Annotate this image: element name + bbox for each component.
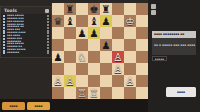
piece-wp-f3[interactable]: ♙ (112, 63, 124, 75)
square-f3[interactable]: ♙ (112, 63, 124, 75)
square-h7[interactable] (136, 15, 148, 27)
square-c2[interactable] (76, 75, 88, 87)
piece-bp-e5[interactable]: ♟ (100, 39, 112, 51)
tool-list-item-14[interactable]: ▪▪▪▪▪▪▪ (2, 52, 50, 55)
square-f6[interactable] (112, 27, 124, 39)
piece-bp-a4[interactable]: ♟ (52, 51, 64, 63)
square-b7[interactable]: ♝ (64, 15, 76, 27)
square-a2[interactable]: ♙ (52, 75, 64, 87)
square-d8[interactable]: ♚ (88, 3, 100, 15)
square-g3[interactable] (124, 63, 136, 75)
tool-item-icon (3, 52, 5, 54)
square-e2[interactable] (100, 75, 112, 87)
square-e4[interactable] (100, 51, 112, 63)
square-c8[interactable] (76, 3, 88, 15)
piece-wr-c1[interactable]: ♖ (76, 87, 88, 99)
square-b1[interactable] (64, 87, 76, 99)
piece-wr-d1[interactable]: ♖ (88, 87, 100, 99)
right-panel: ▪▪▪▪ ▪▪▪▪▪▪▪▪ ▪▪ ▪▪ ▪ ▪▪▪▪▪ ▪▪▪ ▪▪▪ ▪▪▪▪… (148, 0, 200, 112)
square-h1[interactable] (136, 87, 148, 99)
gear-icon[interactable] (45, 9, 49, 13)
piece-bp-c6[interactable]: ♟ (76, 27, 88, 39)
square-d6[interactable]: ♟ (88, 27, 100, 39)
square-f2[interactable] (112, 75, 124, 87)
popup-body-text: ▪▪ ▪ ▪▪▪▪▪ ▪▪▪ ▪▪▪ ▪▪▪▪ (154, 43, 195, 47)
tool-item-label: ▪▪▪▪▪▪▪ (7, 52, 19, 55)
piece-bk-d8[interactable]: ♚ (88, 3, 100, 15)
square-e6[interactable] (100, 27, 112, 39)
piece-wp-b2[interactable]: ♙ (64, 75, 76, 87)
square-a6[interactable] (52, 27, 64, 39)
square-c3[interactable] (76, 63, 88, 75)
square-b5[interactable] (64, 39, 76, 51)
popup-button[interactable]: ▪▪▪▪▪ (152, 56, 167, 61)
piece-wp-a2[interactable]: ♙ (52, 75, 64, 87)
square-f4[interactable]: ♙ (112, 51, 124, 63)
square-c1[interactable]: ♖ (76, 87, 88, 99)
square-b2[interactable]: ♙ (64, 75, 76, 87)
square-e5[interactable]: ♟ (100, 39, 112, 51)
square-a4[interactable]: ♟ (52, 51, 64, 63)
square-h5[interactable] (136, 39, 148, 51)
square-h6[interactable] (136, 27, 148, 39)
square-f5[interactable] (112, 39, 124, 51)
square-h8[interactable] (136, 3, 148, 15)
square-a8[interactable] (52, 3, 64, 15)
square-d2[interactable] (88, 75, 100, 87)
piece-bp-d6[interactable]: ♟ (88, 27, 100, 39)
square-b4[interactable] (64, 51, 76, 63)
piece-wp-f4[interactable]: ♙ (112, 51, 124, 63)
square-e3[interactable] (100, 63, 112, 75)
avatar-icon[interactable] (151, 10, 156, 15)
square-h3[interactable] (136, 63, 148, 75)
popup-body: ▪▪ ▪ ▪▪▪▪▪ ▪▪▪ ▪▪▪ ▪▪▪▪ (152, 38, 196, 55)
square-g8[interactable] (124, 3, 136, 15)
avatar-icon[interactable] (151, 4, 156, 9)
square-h4[interactable] (136, 51, 148, 63)
tools-panel-title: Tools (4, 8, 17, 13)
square-a3[interactable] (52, 63, 64, 75)
square-a7[interactable]: ♛ (52, 15, 64, 27)
tools-panel: Tools ▪▪▪▪ ▪▪▪▪▪▪▪▪▪▪▪ ▪▪▪▪▪▪ ▪▪▪▪▪▪▪▪▪▪… (0, 6, 52, 58)
notification-popup: ▪▪▪▪ ▪▪▪▪▪▪▪▪ ▪▪ ▪▪ ▪ ▪▪▪▪▪ ▪▪▪ ▪▪▪ ▪▪▪▪… (152, 31, 196, 61)
square-g5[interactable] (124, 39, 136, 51)
square-c7[interactable] (76, 15, 88, 27)
square-b8[interactable]: ♜ (64, 3, 76, 15)
piece-br-b8[interactable]: ♜ (64, 3, 76, 15)
piece-wp-g2[interactable]: ♙ (124, 75, 136, 87)
square-c6[interactable]: ♟ (76, 27, 88, 39)
square-d3[interactable] (88, 63, 100, 75)
square-a5[interactable] (52, 39, 64, 51)
square-d4[interactable] (88, 51, 100, 63)
piece-wn-c4[interactable]: ♘ (76, 51, 88, 63)
square-b6[interactable] (64, 27, 76, 39)
piece-wk-g7[interactable]: ♔ (124, 15, 136, 27)
square-c5[interactable] (76, 39, 88, 51)
tools-panel-header: Tools (1, 7, 51, 14)
chess-board[interactable]: ♜♚♜♛♝♝♟♔♟♟♟♟♘♙♙♙♙♙♖♖ (52, 3, 148, 99)
tools-action-button-2[interactable]: ▪▪▪▪ (27, 102, 50, 110)
tools-action-button-1[interactable]: ▪▪▪▪ (2, 102, 25, 110)
popup-header-text: ▪▪▪▪ ▪▪▪▪▪▪▪▪ ▪▪ (154, 32, 184, 37)
square-c4[interactable]: ♘ (76, 51, 88, 63)
square-e7[interactable]: ♟ (100, 15, 112, 27)
square-g2[interactable]: ♙ (124, 75, 136, 87)
square-d7[interactable]: ♝ (88, 15, 100, 27)
square-f7[interactable] (112, 15, 124, 27)
square-g4[interactable] (124, 51, 136, 63)
tools-list: ▪▪▪▪ ▪▪▪▪▪▪▪▪▪▪▪ ▪▪▪▪▪▪ ▪▪▪▪▪▪▪▪▪▪▪ ▪▪▪▪… (2, 15, 50, 55)
piece-br-e8[interactable]: ♜ (100, 3, 112, 15)
square-g6[interactable] (124, 27, 136, 39)
piece-bb-d7[interactable]: ♝ (88, 15, 100, 27)
piece-bb-b7[interactable]: ♝ (64, 15, 76, 27)
square-e8[interactable]: ♜ (100, 3, 112, 15)
square-d1[interactable]: ♖ (88, 87, 100, 99)
square-f1[interactable] (112, 87, 124, 99)
piece-bq-a7[interactable]: ♛ (52, 15, 64, 27)
square-g7[interactable]: ♔ (124, 15, 136, 27)
square-f8[interactable] (112, 3, 124, 15)
square-e1[interactable] (100, 87, 112, 99)
square-d5[interactable] (88, 39, 100, 51)
app-window: Tools ▪▪▪▪ ▪▪▪▪▪▪▪▪▪▪▪ ▪▪▪▪▪▪ ▪▪▪▪▪▪▪▪▪▪… (0, 0, 200, 112)
piece-bp-e7[interactable]: ♟ (100, 15, 112, 27)
confirm-button[interactable]: ▪▪▪▪ (166, 87, 196, 97)
tool-item-toggle[interactable] (47, 52, 49, 54)
square-h2[interactable] (136, 75, 148, 87)
square-b3[interactable] (64, 63, 76, 75)
square-a1[interactable] (52, 87, 64, 99)
square-g1[interactable] (124, 87, 136, 99)
